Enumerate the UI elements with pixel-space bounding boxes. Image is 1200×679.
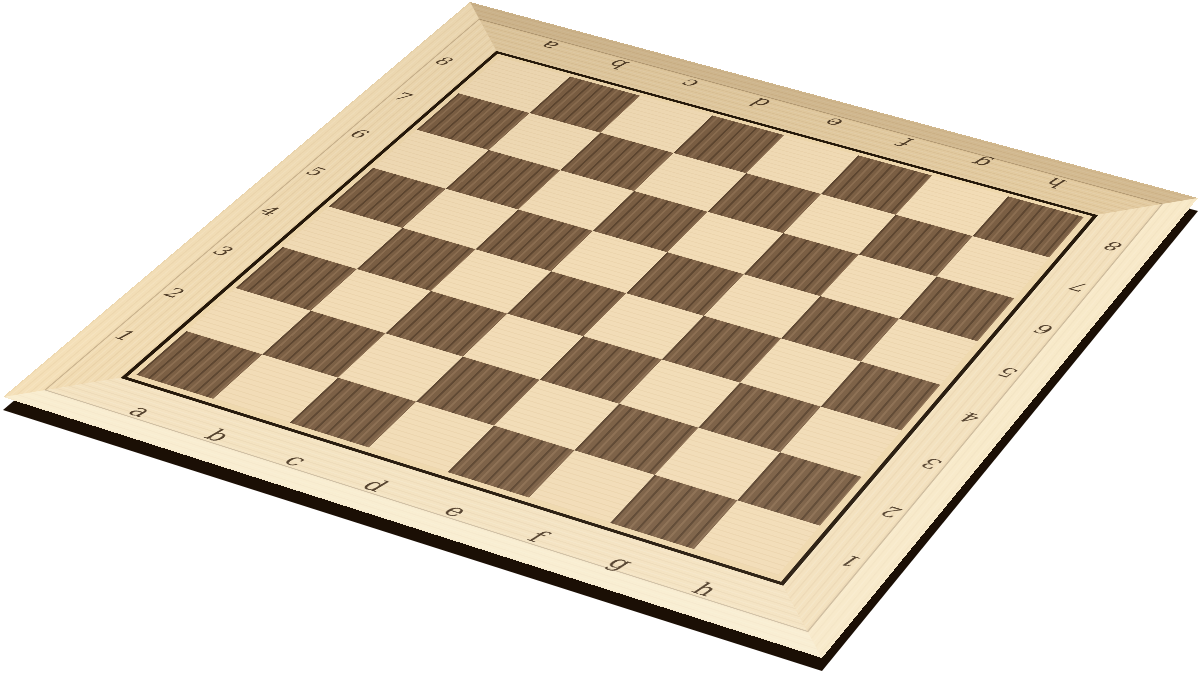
chessboard: 8877665544332211aabbccddeeffgghh bbox=[3, 2, 1198, 658]
product-photo-stage: 8877665544332211aabbccddeeffgghh bbox=[0, 0, 1200, 679]
